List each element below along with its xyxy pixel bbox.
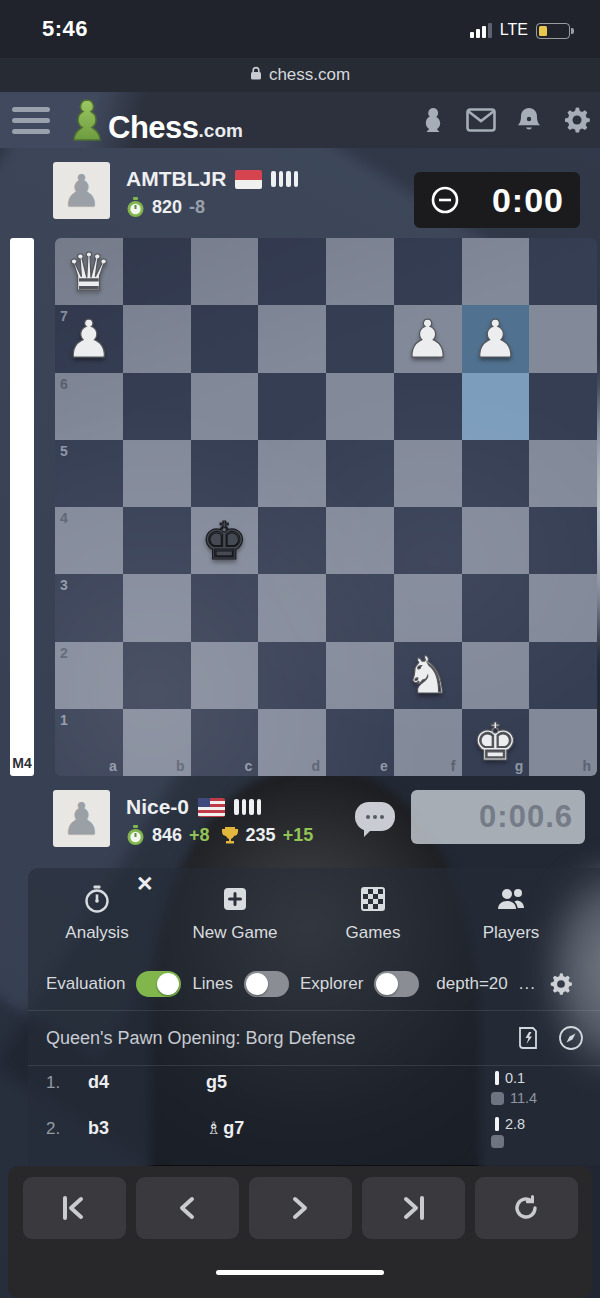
file-label-f: f <box>451 758 456 774</box>
top-player-rating: 820 <box>152 197 182 218</box>
network-label: LTE <box>500 21 528 39</box>
square-c1[interactable]: c <box>191 709 259 776</box>
move-navigation-bar <box>8 1166 592 1298</box>
square-e6[interactable] <box>326 373 394 440</box>
square-f7[interactable]: ♟ <box>394 305 462 372</box>
rank-label-6: 6 <box>60 376 68 392</box>
rating-stopwatch-icon <box>126 197 145 218</box>
square-f4[interactable] <box>394 507 462 574</box>
file-label-h: h <box>582 758 591 774</box>
players-icon <box>495 884 527 914</box>
square-b7[interactable] <box>123 305 191 372</box>
rank-label-1: 1 <box>60 712 68 728</box>
back-button[interactable] <box>136 1177 239 1239</box>
square-a5[interactable]: 5 <box>55 440 123 507</box>
bishop-figurine: ♗ <box>206 1118 221 1138</box>
white-pawn-f7[interactable]: ♟ <box>394 305 462 372</box>
bottom-clock-time: 0:00.6 <box>479 799 573 835</box>
square-b5[interactable] <box>123 440 191 507</box>
square-d7[interactable] <box>258 305 326 372</box>
white-king-g1[interactable]: ♚ <box>462 709 530 776</box>
lock-icon <box>250 66 262 84</box>
square-d8[interactable] <box>258 238 326 305</box>
square-g8[interactable] <box>462 238 530 305</box>
chat-icon[interactable] <box>355 802 395 831</box>
tab-games[interactable]: Games <box>304 884 442 943</box>
square-h2[interactable] <box>529 642 597 709</box>
forward-button[interactable] <box>249 1177 352 1239</box>
logo-text-com: .com <box>199 119 243 143</box>
square-c5[interactable] <box>191 440 259 507</box>
square-c3[interactable] <box>191 574 259 641</box>
evaluation-bar: M4 <box>10 238 34 776</box>
logo-text: Chess <box>108 112 199 143</box>
games-icon <box>359 884 387 914</box>
square-c7[interactable] <box>191 305 259 372</box>
square-b3[interactable] <box>123 574 191 641</box>
move-1-white-time: 0.1 <box>505 1070 525 1086</box>
rating-stopwatch-icon <box>126 825 145 846</box>
square-d4[interactable] <box>258 507 326 574</box>
analysis-toggles: Evaluation Lines Explorer depth=20 ... <box>28 958 600 1010</box>
rank-label-2: 2 <box>60 645 68 661</box>
square-c8[interactable] <box>191 238 259 305</box>
logo-pawn-icon <box>68 97 106 143</box>
black-king-c4[interactable]: ♚ <box>191 507 259 574</box>
square-a2[interactable]: 2 <box>55 642 123 709</box>
alerts-icon[interactable] <box>513 105 544 136</box>
square-b2[interactable] <box>123 642 191 709</box>
battery-icon <box>536 23 570 39</box>
square-e5[interactable] <box>326 440 394 507</box>
bottom-player-clock: 0:00.6 <box>411 790 585 844</box>
stopwatch-icon <box>83 884 111 914</box>
move-1-black-time: 11.4 <box>510 1090 537 1106</box>
evaluation-toggle-label: Evaluation <box>46 974 125 994</box>
square-c2[interactable] <box>191 642 259 709</box>
more-options[interactable]: ... <box>519 974 536 994</box>
go-to-end-button[interactable] <box>362 1177 465 1239</box>
url-domain: chess.com <box>269 65 350 85</box>
tab-label: Analysis <box>65 923 128 943</box>
depth-label: depth=20 <box>436 974 507 994</box>
square-e1[interactable]: e <box>326 709 394 776</box>
square-e7[interactable] <box>326 305 394 372</box>
connection-bars-icon <box>271 171 298 187</box>
square-f6[interactable] <box>394 373 462 440</box>
evaluation-toggle[interactable] <box>136 971 181 997</box>
square-a8[interactable]: ♛ <box>55 238 123 305</box>
indonesia-flag-icon <box>235 170 262 189</box>
square-g2[interactable] <box>462 642 530 709</box>
white-queen-a8[interactable]: ♛ <box>55 238 123 305</box>
square-h6[interactable] <box>529 373 597 440</box>
square-a6[interactable]: 6 <box>55 373 123 440</box>
square-f8[interactable] <box>394 238 462 305</box>
explorer-toggle-label: Explorer <box>300 974 363 994</box>
square-g7[interactable]: ♟ <box>462 305 530 372</box>
square-d2[interactable] <box>258 642 326 709</box>
settings-icon[interactable] <box>561 105 592 136</box>
analysis-settings-icon[interactable] <box>549 972 573 996</box>
file-label-d: d <box>311 758 320 774</box>
move-2-black[interactable]: ♗g7 <box>206 1112 495 1139</box>
file-label-b: b <box>176 758 185 774</box>
lines-toggle[interactable] <box>244 971 289 997</box>
bottom-player-avatar[interactable]: ♟ <box>53 790 110 847</box>
rank-label-4: 4 <box>60 510 68 526</box>
square-h4[interactable] <box>529 507 597 574</box>
app-header: Chess.com <box>0 92 600 148</box>
square-c6[interactable] <box>191 373 259 440</box>
white-pawn-a7[interactable]: ♟ <box>55 305 123 372</box>
white-pawn-g7[interactable]: ♟ <box>462 305 530 372</box>
square-e2[interactable] <box>326 642 394 709</box>
file-label-e: e <box>380 758 388 774</box>
connection-bars-icon <box>234 799 261 815</box>
tab-players[interactable]: Players <box>442 884 580 943</box>
tab-label: Players <box>483 923 540 943</box>
move-1-white[interactable]: d4 <box>88 1066 206 1093</box>
top-player-row: ♟ AMTBLJR 820 -8 0:00 <box>0 160 600 224</box>
move-row-1: 1. d4 g5 0.1 11.4 <box>28 1066 600 1112</box>
usa-flag-icon <box>198 798 225 817</box>
analysis-panel: Analysis ✕ New Game Games Players Evalua… <box>28 868 600 1165</box>
square-f5[interactable] <box>394 440 462 507</box>
square-d1[interactable]: d <box>258 709 326 776</box>
square-b1[interactable]: b <box>123 709 191 776</box>
url-bar[interactable]: chess.com <box>0 58 600 92</box>
bottom-player-rating-change: +8 <box>189 825 210 846</box>
opening-name: Queen's Pawn Opening: Borg Defense <box>46 1028 515 1049</box>
explorer-toggle[interactable] <box>374 971 419 997</box>
opening-row[interactable]: Queen's Pawn Opening: Borg Defense <box>28 1010 600 1066</box>
tab-label: New Game <box>192 923 277 943</box>
square-c4[interactable]: ♚ <box>191 507 259 574</box>
square-g5[interactable] <box>462 440 530 507</box>
square-b4[interactable] <box>123 507 191 574</box>
status-time: 5:46 <box>42 16 88 42</box>
move-number: 2. <box>46 1112 88 1139</box>
explorer-compass-icon[interactable] <box>558 1025 584 1051</box>
square-h1[interactable]: h <box>529 709 597 776</box>
top-player-avatar[interactable]: ♟ <box>53 162 110 219</box>
square-h5[interactable] <box>529 440 597 507</box>
tabs-bar: Analysis ✕ New Game Games Players <box>28 868 600 958</box>
trophy-icon <box>221 826 239 845</box>
chess-board: ♛7♟♟♟654♚32♞1abcdefg♚h <box>55 238 597 776</box>
bottom-player-rating: 846 <box>152 825 182 846</box>
top-player-clock: 0:00 <box>414 172 580 228</box>
square-a4[interactable]: 4 <box>55 507 123 574</box>
square-e8[interactable] <box>326 238 394 305</box>
bottom-player-name[interactable]: Nice-0 <box>126 795 189 819</box>
move-2-white-time: 2.8 <box>505 1116 525 1132</box>
home-indicator[interactable] <box>216 1270 384 1275</box>
file-label-a: a <box>109 758 117 774</box>
square-b6[interactable] <box>123 373 191 440</box>
square-h3[interactable] <box>529 574 597 641</box>
square-f3[interactable] <box>394 574 462 641</box>
play-icon[interactable] <box>417 105 448 136</box>
signal-icon <box>470 22 492 38</box>
evaluation-value: M4 <box>12 755 31 771</box>
move-list: 1. d4 g5 0.1 11.4 2. b3 ♗g7 2.8 <box>28 1066 600 1165</box>
rank-label-5: 5 <box>60 443 68 459</box>
square-g1[interactable]: g♚ <box>462 709 530 776</box>
top-player-name[interactable]: AMTBLJR <box>126 167 226 191</box>
move-row-2: 2. b3 ♗g7 2.8 <box>28 1112 600 1158</box>
square-a1[interactable]: 1a <box>55 709 123 776</box>
square-d3[interactable] <box>258 574 326 641</box>
square-d6[interactable] <box>258 373 326 440</box>
move-2-white[interactable]: b3 <box>88 1112 206 1139</box>
go-to-start-button[interactable] <box>23 1177 126 1239</box>
bottom-player-score: 235 <box>246 825 276 846</box>
messages-icon[interactable] <box>465 105 496 136</box>
new-game-icon <box>221 884 249 914</box>
top-player-rating-change: -8 <box>189 197 205 218</box>
square-a7[interactable]: 7♟ <box>55 305 123 372</box>
square-h8[interactable] <box>529 238 597 305</box>
square-g6[interactable] <box>462 373 530 440</box>
white-knight-f2[interactable]: ♞ <box>394 642 462 709</box>
move-1-black[interactable]: g5 <box>206 1066 495 1093</box>
refresh-icon[interactable] <box>475 1177 578 1239</box>
square-e4[interactable] <box>326 507 394 574</box>
square-g3[interactable] <box>462 574 530 641</box>
square-b8[interactable] <box>123 238 191 305</box>
square-f2[interactable]: ♞ <box>394 642 462 709</box>
phone-screen: 5:46 LTE chess.com Chess.com <box>0 0 600 1298</box>
move-number: 1. <box>46 1066 88 1093</box>
top-clock-time: 0:00 <box>492 181 564 220</box>
bottom-player-row: ♟ Nice-0 846 +8 235 +15 0:00.6 <box>0 788 600 852</box>
chesscom-logo[interactable]: Chess.com <box>68 97 243 143</box>
square-e3[interactable] <box>326 574 394 641</box>
tab-label: Games <box>346 923 401 943</box>
opening-book-icon[interactable] <box>515 1025 541 1051</box>
file-label-c: c <box>244 758 252 774</box>
rank-label-3: 3 <box>60 577 68 593</box>
tab-new-game[interactable]: New Game <box>166 884 304 943</box>
bottom-player-score-change: +15 <box>283 825 314 846</box>
close-analysis-icon[interactable]: ✕ <box>136 872 154 896</box>
square-f1[interactable]: f <box>394 709 462 776</box>
status-bar: 5:46 LTE <box>0 0 600 58</box>
menu-icon[interactable] <box>12 107 50 134</box>
square-g4[interactable] <box>462 507 530 574</box>
square-h7[interactable] <box>529 305 597 372</box>
square-d5[interactable] <box>258 440 326 507</box>
flag-fell-icon <box>430 185 460 215</box>
square-a3[interactable]: 3 <box>55 574 123 641</box>
lines-toggle-label: Lines <box>192 974 233 994</box>
